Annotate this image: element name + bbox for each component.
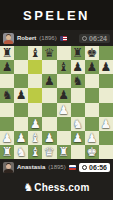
square-c7[interactable] bbox=[28, 60, 42, 74]
black-pawn[interactable]: ♟ bbox=[72, 61, 83, 73]
square-e8[interactable] bbox=[57, 46, 71, 60]
white-pawn[interactable]: ♟ bbox=[58, 103, 69, 115]
player-avatar bbox=[3, 162, 14, 173]
square-h1[interactable] bbox=[99, 145, 113, 159]
square-g6[interactable] bbox=[85, 74, 99, 88]
square-e1[interactable]: ♜ bbox=[57, 145, 71, 159]
square-d6[interactable]: ♟ bbox=[42, 74, 56, 88]
square-g7[interactable]: ♟ bbox=[85, 60, 99, 74]
square-d4[interactable] bbox=[42, 103, 56, 117]
black-knight[interactable]: ♞ bbox=[72, 75, 83, 87]
square-b5[interactable]: ♟ bbox=[14, 88, 28, 102]
white-knight[interactable]: ♞ bbox=[16, 145, 27, 157]
player-flag-icon bbox=[69, 165, 76, 170]
white-pawn[interactable]: ♟ bbox=[30, 117, 41, 129]
player-name: Anastasia bbox=[17, 164, 45, 170]
black-pawn[interactable]: ♟ bbox=[101, 61, 112, 73]
white-bishop[interactable]: ♝ bbox=[30, 145, 41, 157]
black-pawn[interactable]: ♟ bbox=[86, 61, 97, 73]
opponent-clock-time: 06:24 bbox=[89, 35, 107, 42]
chess-board[interactable]: ♜♝♛♜♚♟♝♟♟♟♟♞♞♟♟♟♟♞♟♟♟♝♟♟♟♜♞♝♛♜♚ bbox=[0, 46, 113, 159]
square-h8[interactable] bbox=[99, 46, 113, 60]
black-king[interactable]: ♚ bbox=[86, 47, 97, 59]
square-g5[interactable] bbox=[85, 88, 99, 102]
clock-icon bbox=[82, 36, 87, 41]
white-king[interactable]: ♚ bbox=[86, 145, 97, 157]
white-queen[interactable]: ♛ bbox=[44, 145, 55, 157]
square-d7[interactable] bbox=[42, 60, 56, 74]
square-c3[interactable]: ♟ bbox=[28, 117, 42, 131]
opponent-flag-icon bbox=[60, 36, 67, 41]
white-pawn[interactable]: ♟ bbox=[101, 117, 112, 129]
square-f8[interactable]: ♜ bbox=[71, 46, 85, 60]
square-a5[interactable]: ♞ bbox=[0, 88, 14, 102]
black-pawn[interactable]: ♟ bbox=[58, 89, 69, 101]
square-f2[interactable]: ♟ bbox=[71, 131, 85, 145]
square-c5[interactable] bbox=[28, 88, 42, 102]
page-title: SPELEN bbox=[23, 8, 90, 23]
square-f1[interactable] bbox=[71, 145, 85, 159]
white-pawn[interactable]: ♟ bbox=[86, 131, 97, 143]
square-h7[interactable]: ♟ bbox=[99, 60, 113, 74]
square-c8[interactable]: ♝ bbox=[28, 46, 42, 60]
square-e3[interactable] bbox=[57, 117, 71, 131]
square-b8[interactable] bbox=[14, 46, 28, 60]
white-bishop[interactable]: ♝ bbox=[30, 131, 41, 143]
square-c1[interactable]: ♝ bbox=[28, 145, 42, 159]
white-pawn[interactable]: ♟ bbox=[44, 131, 55, 143]
white-pawn[interactable]: ♟ bbox=[72, 131, 83, 143]
opponent-avatar bbox=[3, 33, 14, 44]
square-f4[interactable] bbox=[71, 103, 85, 117]
square-a3[interactable] bbox=[0, 117, 14, 131]
square-a1[interactable]: ♜ bbox=[0, 145, 14, 159]
square-b2[interactable]: ♟ bbox=[14, 131, 28, 145]
square-h2[interactable] bbox=[99, 131, 113, 145]
square-e6[interactable] bbox=[57, 74, 71, 88]
square-b3[interactable] bbox=[14, 117, 28, 131]
square-f7[interactable]: ♟ bbox=[71, 60, 85, 74]
square-g2[interactable]: ♟ bbox=[85, 131, 99, 145]
square-a8[interactable]: ♜ bbox=[0, 46, 14, 60]
black-rook[interactable]: ♜ bbox=[72, 47, 83, 59]
square-d1[interactable]: ♛ bbox=[42, 145, 56, 159]
clock-icon bbox=[82, 165, 87, 170]
square-g3[interactable] bbox=[85, 117, 99, 131]
black-bishop[interactable]: ♝ bbox=[30, 47, 41, 59]
square-a4[interactable] bbox=[0, 103, 14, 117]
black-pawn[interactable]: ♟ bbox=[44, 75, 55, 87]
black-knight[interactable]: ♞ bbox=[2, 89, 13, 101]
white-knight[interactable]: ♞ bbox=[72, 117, 83, 129]
square-g8[interactable]: ♚ bbox=[85, 46, 99, 60]
square-e5[interactable]: ♟ bbox=[57, 88, 71, 102]
square-c2[interactable]: ♝ bbox=[28, 131, 42, 145]
square-a6[interactable] bbox=[0, 74, 14, 88]
square-e4[interactable]: ♟ bbox=[57, 103, 71, 117]
square-d2[interactable]: ♟ bbox=[42, 131, 56, 145]
white-pawn[interactable]: ♟ bbox=[2, 131, 13, 143]
chesscom-brand-text: Chess.com bbox=[34, 182, 89, 193]
square-d3[interactable] bbox=[42, 117, 56, 131]
opponent-name: Robert bbox=[17, 35, 36, 41]
player-rating: (1895) bbox=[48, 164, 65, 170]
white-rook[interactable]: ♜ bbox=[58, 145, 69, 157]
square-f5[interactable] bbox=[71, 88, 85, 102]
square-b6[interactable] bbox=[14, 74, 28, 88]
square-e7[interactable]: ♝ bbox=[57, 60, 71, 74]
black-rook[interactable]: ♜ bbox=[2, 47, 13, 59]
square-d5[interactable] bbox=[42, 88, 56, 102]
square-c6[interactable] bbox=[28, 74, 42, 88]
header: SPELEN bbox=[0, 0, 113, 30]
square-g1[interactable]: ♚ bbox=[85, 145, 99, 159]
opponent-rating: (1896) bbox=[39, 35, 56, 41]
black-pawn[interactable]: ♟ bbox=[2, 61, 13, 73]
white-pawn[interactable]: ♟ bbox=[16, 131, 27, 143]
black-pawn[interactable]: ♟ bbox=[16, 89, 27, 101]
square-h6[interactable] bbox=[99, 74, 113, 88]
player-bar: Anastasia (1895) 06:56 bbox=[0, 159, 113, 175]
black-bishop[interactable]: ♝ bbox=[58, 61, 69, 73]
footer: ♞ Chess.com bbox=[0, 175, 113, 199]
square-h5[interactable] bbox=[99, 88, 113, 102]
square-a2[interactable]: ♟ bbox=[0, 131, 14, 145]
square-b7[interactable] bbox=[14, 60, 28, 74]
square-h3[interactable]: ♟ bbox=[99, 117, 113, 131]
black-queen[interactable]: ♛ bbox=[44, 47, 55, 59]
opponent-player-bar: Robert (1896) 06:24 bbox=[0, 30, 113, 46]
white-rook[interactable]: ♜ bbox=[2, 145, 13, 157]
square-b4[interactable] bbox=[14, 103, 28, 117]
square-d8[interactable]: ♛ bbox=[42, 46, 56, 60]
square-h4[interactable] bbox=[99, 103, 113, 117]
chess-app-screen: SPELEN Robert (1896) 06:24 ♜♝♛♜♚♟♝♟♟♟♟♞♞… bbox=[0, 0, 113, 200]
square-f6[interactable]: ♞ bbox=[71, 74, 85, 88]
square-f3[interactable]: ♞ bbox=[71, 117, 85, 131]
square-c4[interactable] bbox=[28, 103, 42, 117]
square-e2[interactable] bbox=[57, 131, 71, 145]
square-g4[interactable] bbox=[85, 103, 99, 117]
chesscom-knight-logo-icon: ♞ bbox=[23, 182, 33, 193]
opponent-clock: 06:24 bbox=[79, 34, 110, 43]
player-clock: 06:56 bbox=[79, 163, 110, 172]
square-a7[interactable]: ♟ bbox=[0, 60, 14, 74]
player-clock-time: 06:56 bbox=[89, 164, 107, 171]
square-b1[interactable]: ♞ bbox=[14, 145, 28, 159]
